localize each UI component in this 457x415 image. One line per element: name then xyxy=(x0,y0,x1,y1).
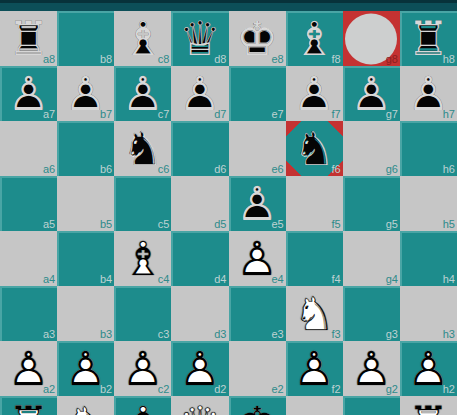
pawn-outline-icon: ♙ xyxy=(179,341,221,396)
square-b2[interactable]: ♟♙b2 xyxy=(57,341,114,396)
square-d7[interactable]: ♟♙d7 xyxy=(171,66,228,121)
square-a2[interactable]: ♟♙a2 xyxy=(0,341,57,396)
square-e3[interactable]: e3 xyxy=(229,286,286,341)
black-queen-piece[interactable]: ♛♕ xyxy=(171,11,228,66)
black-king-piece[interactable]: ♚♔ xyxy=(229,11,286,66)
square-g1[interactable]: g1 xyxy=(343,396,400,415)
coordinate-label-f4: f4 xyxy=(332,274,341,285)
square-c6[interactable]: ♞♘c6 xyxy=(114,121,171,176)
pawn-outline-icon: ♙ xyxy=(236,176,278,231)
square-d8[interactable]: ♛♕d8 xyxy=(171,11,228,66)
square-e5[interactable]: ♟♙e5 xyxy=(229,176,286,231)
square-b8[interactable]: b8 xyxy=(57,11,114,66)
black-rook-piece[interactable]: ♜♖ xyxy=(400,11,457,66)
square-g6[interactable]: g6 xyxy=(343,121,400,176)
black-bishop-piece[interactable]: ♝♗ xyxy=(114,11,171,66)
coordinate-label-b8: b8 xyxy=(100,54,112,65)
white-bishop-piece[interactable]: ♝♗ xyxy=(114,231,171,286)
coordinate-label-g4: g4 xyxy=(386,274,398,285)
square-f5[interactable]: f5 xyxy=(286,176,343,231)
king-outline-icon: ♔ xyxy=(236,11,278,66)
square-d2[interactable]: ♟♙d2 xyxy=(171,341,228,396)
coordinate-label-a4: a4 xyxy=(43,274,55,285)
square-b4[interactable]: b4 xyxy=(57,231,114,286)
black-pawn-piece[interactable]: ♟♙ xyxy=(229,176,286,231)
square-e2[interactable]: e2 xyxy=(229,341,286,396)
pawn-outline-icon: ♙ xyxy=(122,66,164,121)
chess-board: ♜♖a8b8♝♗c8♛♕d8♚♔e8♝♗f8g8♜♖h8♟♙a7♟♙b7♟♙c7… xyxy=(0,11,457,415)
coordinate-label-a5: a5 xyxy=(43,219,55,230)
square-f6[interactable]: ♞♘f6 xyxy=(286,121,343,176)
black-knight-piece[interactable]: ♞♘ xyxy=(286,121,343,176)
white-queen-piece[interactable]: ♛♕ xyxy=(171,396,228,415)
bishop-outline-icon: ♗ xyxy=(122,11,164,66)
bishop-outline-icon: ♗ xyxy=(293,11,335,66)
coordinate-label-h6: h6 xyxy=(443,164,455,175)
coordinate-label-e7: e7 xyxy=(271,109,283,120)
coordinate-label-h3: h3 xyxy=(443,329,455,340)
bishop-outline-icon: ♗ xyxy=(122,396,164,415)
white-pawn-piece[interactable]: ♟♙ xyxy=(0,341,57,396)
white-pawn-piece[interactable]: ♟♙ xyxy=(286,341,343,396)
square-g7[interactable]: ♟♙g7 xyxy=(343,66,400,121)
coordinate-label-c3: c3 xyxy=(158,329,170,340)
white-rook-piece[interactable]: ♜♖ xyxy=(0,396,57,415)
black-rook-piece[interactable]: ♜♖ xyxy=(0,11,57,66)
square-h1[interactable]: ♜♖h1 xyxy=(400,396,457,415)
black-pawn-piece[interactable]: ♟♙ xyxy=(171,66,228,121)
pawn-outline-icon: ♙ xyxy=(122,341,164,396)
square-a4[interactable]: a4 xyxy=(0,231,57,286)
white-knight-piece[interactable]: ♞♘ xyxy=(286,286,343,341)
square-b5[interactable]: b5 xyxy=(57,176,114,231)
coordinate-label-d4: d4 xyxy=(214,274,226,285)
square-g2[interactable]: ♟♙g2 xyxy=(343,341,400,396)
coordinate-label-e6: e6 xyxy=(271,164,283,175)
black-pawn-piece[interactable]: ♟♙ xyxy=(57,66,114,121)
king-outline-icon: ♔ xyxy=(236,396,278,415)
square-c7[interactable]: ♟♙c7 xyxy=(114,66,171,121)
square-b6[interactable]: b6 xyxy=(57,121,114,176)
square-g4[interactable]: g4 xyxy=(343,231,400,286)
coordinate-label-b3: b3 xyxy=(100,329,112,340)
pawn-outline-icon: ♙ xyxy=(293,341,335,396)
square-f8[interactable]: ♝♗f8 xyxy=(286,11,343,66)
square-e7[interactable]: e7 xyxy=(229,66,286,121)
coordinate-label-a6: a6 xyxy=(43,164,55,175)
square-a8[interactable]: ♜♖a8 xyxy=(0,11,57,66)
pawn-outline-icon: ♙ xyxy=(407,66,449,121)
coordinate-label-f5: f5 xyxy=(332,219,341,230)
square-a3[interactable]: a3 xyxy=(0,286,57,341)
coordinate-label-d5: d5 xyxy=(214,219,226,230)
square-d5[interactable]: d5 xyxy=(171,176,228,231)
square-h8[interactable]: ♜♖h8 xyxy=(400,11,457,66)
window-top-bar xyxy=(0,0,457,11)
square-c3[interactable]: c3 xyxy=(114,286,171,341)
coordinate-label-h5: h5 xyxy=(443,219,455,230)
square-d4[interactable]: d4 xyxy=(171,231,228,286)
square-e8[interactable]: ♚♔e8 xyxy=(229,11,286,66)
coordinate-label-d6: d6 xyxy=(214,164,226,175)
black-pawn-piece[interactable]: ♟♙ xyxy=(343,66,400,121)
coordinate-label-h4: h4 xyxy=(443,274,455,285)
pawn-outline-icon: ♙ xyxy=(7,341,49,396)
square-g3[interactable]: g3 xyxy=(343,286,400,341)
queen-outline-icon: ♕ xyxy=(179,396,221,415)
square-e1[interactable]: ♚♔e1 xyxy=(229,396,286,415)
white-bishop-piece[interactable]: ♝♗ xyxy=(114,396,171,415)
rook-outline-icon: ♖ xyxy=(407,11,449,66)
black-pawn-piece[interactable]: ♟♙ xyxy=(114,66,171,121)
square-g5[interactable]: g5 xyxy=(343,176,400,231)
black-pawn-piece[interactable]: ♟♙ xyxy=(286,66,343,121)
square-b3[interactable]: b3 xyxy=(57,286,114,341)
coordinate-label-a3: a3 xyxy=(43,329,55,340)
square-h4[interactable]: h4 xyxy=(400,231,457,286)
square-d1[interactable]: ♛♕d1 xyxy=(171,396,228,415)
square-f2[interactable]: ♟♙f2 xyxy=(286,341,343,396)
white-knight-piece[interactable]: ♞♘ xyxy=(57,396,114,415)
knight-outline-icon: ♘ xyxy=(293,121,335,176)
square-c8[interactable]: ♝♗c8 xyxy=(114,11,171,66)
square-a6[interactable]: a6 xyxy=(0,121,57,176)
white-pawn-piece[interactable]: ♟♙ xyxy=(400,341,457,396)
coordinate-label-d3: d3 xyxy=(214,329,226,340)
bishop-outline-icon: ♗ xyxy=(122,231,164,286)
coordinate-label-g6: g6 xyxy=(386,164,398,175)
pawn-outline-icon: ♙ xyxy=(407,341,449,396)
coordinate-label-g5: g5 xyxy=(386,219,398,230)
last-move-origin-marker xyxy=(345,13,397,64)
black-pawn-piece[interactable]: ♟♙ xyxy=(0,66,57,121)
pawn-outline-icon: ♙ xyxy=(236,231,278,286)
white-king-piece[interactable]: ♚♔ xyxy=(229,396,286,415)
white-pawn-piece[interactable]: ♟♙ xyxy=(171,341,228,396)
rook-outline-icon: ♖ xyxy=(7,396,49,415)
white-pawn-piece[interactable]: ♟♙ xyxy=(343,341,400,396)
square-d6[interactable]: d6 xyxy=(171,121,228,176)
square-e4[interactable]: ♟♙e4 xyxy=(229,231,286,286)
coordinate-label-b5: b5 xyxy=(100,219,112,230)
square-b1[interactable]: ♞♘b1 xyxy=(57,396,114,415)
square-e6[interactable]: e6 xyxy=(229,121,286,176)
white-pawn-piece[interactable]: ♟♙ xyxy=(57,341,114,396)
square-c2[interactable]: ♟♙c2 xyxy=(114,341,171,396)
square-b7[interactable]: ♟♙b7 xyxy=(57,66,114,121)
white-pawn-piece[interactable]: ♟♙ xyxy=(114,341,171,396)
square-g8[interactable]: g8 xyxy=(343,11,400,66)
square-f3[interactable]: ♞♘f3 xyxy=(286,286,343,341)
coordinate-label-c5: c5 xyxy=(158,219,170,230)
pawn-outline-icon: ♙ xyxy=(65,341,107,396)
black-pawn-piece[interactable]: ♟♙ xyxy=(400,66,457,121)
square-f1[interactable]: f1 xyxy=(286,396,343,415)
square-h6[interactable]: h6 xyxy=(400,121,457,176)
knight-outline-icon: ♘ xyxy=(122,121,164,176)
pawn-outline-icon: ♙ xyxy=(350,341,392,396)
black-bishop-piece[interactable]: ♝♗ xyxy=(286,11,343,66)
square-a1[interactable]: ♜♖a1 xyxy=(0,396,57,415)
coordinate-label-e2: e2 xyxy=(271,384,283,395)
knight-outline-icon: ♘ xyxy=(65,396,107,415)
pawn-outline-icon: ♙ xyxy=(350,66,392,121)
square-h7[interactable]: ♟♙h7 xyxy=(400,66,457,121)
coordinate-label-b4: b4 xyxy=(100,274,112,285)
pawn-outline-icon: ♙ xyxy=(65,66,107,121)
chess-app-window: ♜♖a8b8♝♗c8♛♕d8♚♔e8♝♗f8g8♜♖h8♟♙a7♟♙b7♟♙c7… xyxy=(0,0,457,415)
square-c1[interactable]: ♝♗c1 xyxy=(114,396,171,415)
knight-outline-icon: ♘ xyxy=(293,286,335,341)
square-h3[interactable]: h3 xyxy=(400,286,457,341)
square-c5[interactable]: c5 xyxy=(114,176,171,231)
square-f7[interactable]: ♟♙f7 xyxy=(286,66,343,121)
square-a7[interactable]: ♟♙a7 xyxy=(0,66,57,121)
black-knight-piece[interactable]: ♞♘ xyxy=(114,121,171,176)
rook-outline-icon: ♖ xyxy=(7,11,49,66)
white-rook-piece[interactable]: ♜♖ xyxy=(400,396,457,415)
coordinate-label-b6: b6 xyxy=(100,164,112,175)
pawn-outline-icon: ♙ xyxy=(293,66,335,121)
square-f4[interactable]: f4 xyxy=(286,231,343,286)
rook-outline-icon: ♖ xyxy=(407,396,449,415)
square-h2[interactable]: ♟♙h2 xyxy=(400,341,457,396)
white-pawn-piece[interactable]: ♟♙ xyxy=(229,231,286,286)
square-d3[interactable]: d3 xyxy=(171,286,228,341)
square-c4[interactable]: ♝♗c4 xyxy=(114,231,171,286)
square-h5[interactable]: h5 xyxy=(400,176,457,231)
queen-outline-icon: ♕ xyxy=(179,11,221,66)
coordinate-label-e3: e3 xyxy=(271,329,283,340)
pawn-outline-icon: ♙ xyxy=(179,66,221,121)
square-a5[interactable]: a5 xyxy=(0,176,57,231)
coordinate-label-g3: g3 xyxy=(386,329,398,340)
pawn-outline-icon: ♙ xyxy=(7,66,49,121)
